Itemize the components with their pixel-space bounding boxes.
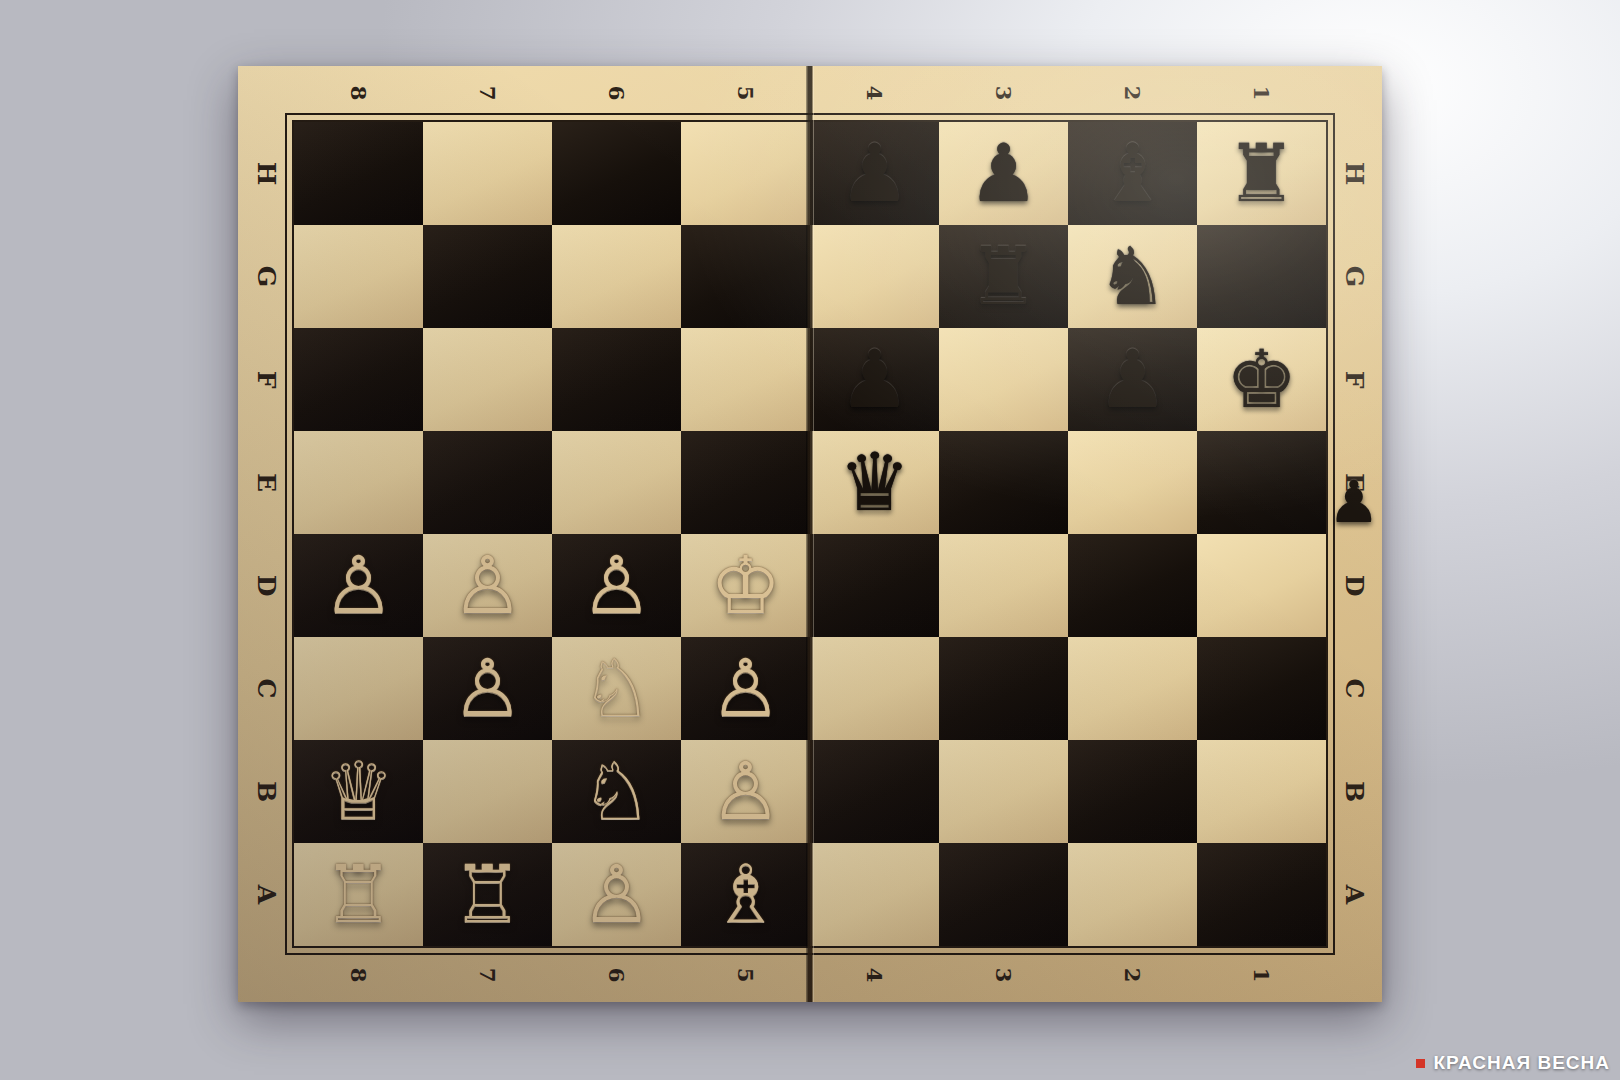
square-a7: ♖ bbox=[423, 843, 552, 946]
square-a1 bbox=[1197, 843, 1326, 946]
square-d7: ♙ bbox=[423, 534, 552, 637]
square-d6: ♙ bbox=[552, 534, 681, 637]
square-b6: ♘ bbox=[552, 740, 681, 843]
left-file-letters: HGFEDCBA bbox=[246, 122, 286, 946]
square-c8 bbox=[294, 637, 423, 740]
square-g5 bbox=[681, 225, 810, 328]
square-d4 bbox=[810, 534, 939, 637]
white-king-d5: ♔ bbox=[681, 534, 810, 637]
square-d1 bbox=[1197, 534, 1326, 637]
square-a2 bbox=[1068, 843, 1197, 946]
black-pawn-h3: ♟ bbox=[939, 122, 1068, 225]
square-d5: ♔ bbox=[681, 534, 810, 637]
square-e7 bbox=[423, 431, 552, 534]
square-a3 bbox=[939, 843, 1068, 946]
black-rook-g3: ♜ bbox=[939, 225, 1068, 328]
square-e8 bbox=[294, 431, 423, 534]
white-pawn-d8: ♙ bbox=[294, 534, 423, 637]
black-pawn-f2: ♟ bbox=[1068, 328, 1197, 431]
square-d2 bbox=[1068, 534, 1197, 637]
square-f6 bbox=[552, 328, 681, 431]
square-c2 bbox=[1068, 637, 1197, 740]
square-b2 bbox=[1068, 740, 1197, 843]
white-rook-a8: ♖ bbox=[294, 843, 423, 946]
square-b8: ♕ bbox=[294, 740, 423, 843]
square-e3 bbox=[939, 431, 1068, 534]
square-c7: ♙ bbox=[423, 637, 552, 740]
square-f7 bbox=[423, 328, 552, 431]
black-bishop-h2: ♝ bbox=[1068, 122, 1197, 225]
square-b7 bbox=[423, 740, 552, 843]
square-a4 bbox=[810, 843, 939, 946]
square-c5: ♙ bbox=[681, 637, 810, 740]
white-bishop-a5: ♗ bbox=[681, 843, 810, 946]
square-h6 bbox=[552, 122, 681, 225]
black-pawn-h4: ♟ bbox=[810, 122, 939, 225]
square-d8: ♙ bbox=[294, 534, 423, 637]
off-board-black-pawn: ♟ bbox=[1328, 467, 1380, 537]
square-h4: ♟ bbox=[810, 122, 939, 225]
square-g1 bbox=[1197, 225, 1326, 328]
square-f5 bbox=[681, 328, 810, 431]
square-f1: ♚ bbox=[1197, 328, 1326, 431]
square-g2: ♞ bbox=[1068, 225, 1197, 328]
square-c1 bbox=[1197, 637, 1326, 740]
black-rook-h1: ♜ bbox=[1197, 122, 1326, 225]
black-knight-g2: ♞ bbox=[1068, 225, 1197, 328]
square-h2: ♝ bbox=[1068, 122, 1197, 225]
square-b1 bbox=[1197, 740, 1326, 843]
square-a8: ♖ bbox=[294, 843, 423, 946]
white-pawn-b5: ♙ bbox=[681, 740, 810, 843]
square-h5 bbox=[681, 122, 810, 225]
square-f8 bbox=[294, 328, 423, 431]
square-g8 bbox=[294, 225, 423, 328]
black-queen-e4: ♛ bbox=[810, 431, 939, 534]
white-pawn-d6: ♙ bbox=[552, 534, 681, 637]
square-e2 bbox=[1068, 431, 1197, 534]
square-h8 bbox=[294, 122, 423, 225]
white-rook-a7: ♖ bbox=[423, 843, 552, 946]
white-pawn-c7: ♙ bbox=[423, 637, 552, 740]
square-a5: ♗ bbox=[681, 843, 810, 946]
square-e6 bbox=[552, 431, 681, 534]
square-g6 bbox=[552, 225, 681, 328]
watermark: КРАСНАЯ ВЕСНА bbox=[1416, 1052, 1610, 1074]
square-h7 bbox=[423, 122, 552, 225]
square-d3 bbox=[939, 534, 1068, 637]
square-b5: ♙ bbox=[681, 740, 810, 843]
square-a6: ♙ bbox=[552, 843, 681, 946]
square-e4: ♛ bbox=[810, 431, 939, 534]
chess-board: 87654321 87654321 HGFEDCBA HGFEDCBA ♟♟♝♜… bbox=[238, 66, 1382, 1002]
square-f4: ♟ bbox=[810, 328, 939, 431]
square-b4 bbox=[810, 740, 939, 843]
square-e5 bbox=[681, 431, 810, 534]
square-g3: ♜ bbox=[939, 225, 1068, 328]
square-g4 bbox=[810, 225, 939, 328]
watermark-text: КРАСНАЯ ВЕСНА bbox=[1433, 1052, 1610, 1074]
square-c3 bbox=[939, 637, 1068, 740]
square-c4 bbox=[810, 637, 939, 740]
square-f2: ♟ bbox=[1068, 328, 1197, 431]
square-c6: ♘ bbox=[552, 637, 681, 740]
photo-scene: 87654321 87654321 HGFEDCBA HGFEDCBA ♟♟♝♜… bbox=[0, 0, 1620, 1080]
white-knight-b6: ♘ bbox=[552, 740, 681, 843]
square-b3 bbox=[939, 740, 1068, 843]
square-h1: ♜ bbox=[1197, 122, 1326, 225]
square-g7 bbox=[423, 225, 552, 328]
square-e1 bbox=[1197, 431, 1326, 534]
white-pawn-c5: ♙ bbox=[681, 637, 810, 740]
black-pawn-f4: ♟ bbox=[810, 328, 939, 431]
white-knight-c6: ♘ bbox=[552, 637, 681, 740]
white-pawn-d7: ♙ bbox=[423, 534, 552, 637]
fold-seam bbox=[808, 66, 813, 1002]
watermark-red-dot-icon bbox=[1416, 1059, 1425, 1068]
white-queen-b8: ♕ bbox=[294, 740, 423, 843]
white-pawn-a6: ♙ bbox=[552, 843, 681, 946]
square-f3 bbox=[939, 328, 1068, 431]
black-king-f1: ♚ bbox=[1197, 328, 1326, 431]
square-h3: ♟ bbox=[939, 122, 1068, 225]
